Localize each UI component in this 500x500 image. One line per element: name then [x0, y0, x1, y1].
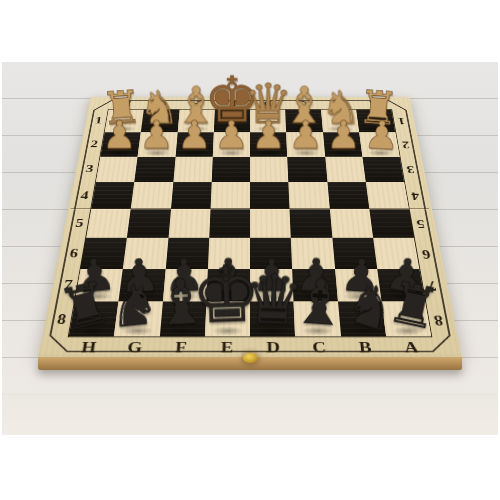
square-f2[interactable]: ♟	[175, 132, 213, 156]
square-h4[interactable]	[91, 182, 134, 209]
board-grid[interactable]: ♜♞♝♚♛♝♞♜♟♟♟♟♟♟♟♟♟♟♟♟♟♟♟♟♜♞♝♚♛♝♞♜	[68, 109, 433, 337]
square-c5[interactable]	[290, 209, 332, 238]
square-a5[interactable]	[369, 209, 414, 238]
file-label: D	[250, 99, 285, 107]
square-d8[interactable]: ♛	[250, 301, 295, 336]
square-h5[interactable]	[86, 209, 131, 238]
square-b4[interactable]	[327, 182, 369, 209]
file-label: A	[387, 339, 435, 355]
file-label: G	[111, 339, 159, 355]
square-b5[interactable]	[329, 209, 373, 238]
piece-white-pawn[interactable]: ♟	[289, 117, 324, 154]
file-label: B	[320, 99, 356, 107]
square-f5[interactable]	[168, 209, 210, 238]
piece-white-pawn[interactable]: ♟	[139, 117, 174, 154]
file-labels-far: HGFEDCBA	[108, 99, 392, 107]
file-label: E	[215, 99, 250, 107]
square-h3[interactable]	[96, 157, 138, 182]
piece-white-pawn[interactable]: ♟	[102, 117, 137, 154]
square-b2[interactable]: ♟	[323, 132, 363, 156]
square-f4[interactable]	[171, 182, 212, 209]
square-b8[interactable]: ♞	[338, 301, 386, 336]
square-c3[interactable]	[287, 157, 327, 182]
piece-white-pawn[interactable]: ♟	[326, 117, 361, 154]
square-e2[interactable]: ♟	[213, 132, 250, 156]
piece-white-pawn[interactable]: ♟	[251, 117, 286, 154]
piece-white-pawn[interactable]: ♟	[177, 117, 212, 154]
square-h2[interactable]: ♟	[100, 132, 141, 156]
square-a8[interactable]: ♜	[381, 301, 431, 336]
square-e4[interactable]	[210, 182, 250, 209]
square-g3[interactable]	[134, 157, 175, 182]
square-g4[interactable]	[131, 182, 173, 209]
square-d3[interactable]	[250, 157, 289, 182]
file-label: H	[108, 99, 145, 107]
file-label: E	[204, 339, 250, 355]
file-label: G	[144, 99, 180, 107]
square-e3[interactable]	[211, 157, 250, 182]
square-d2[interactable]: ♟	[250, 132, 287, 156]
square-d4[interactable]	[250, 182, 290, 209]
piece-black-queen[interactable]: ♛	[242, 267, 305, 334]
file-label: A	[355, 99, 392, 107]
square-a2[interactable]: ♟	[359, 132, 400, 156]
square-g5[interactable]	[127, 209, 171, 238]
file-label: D	[250, 339, 296, 355]
file-label: C	[296, 339, 343, 355]
square-g8[interactable]: ♞	[114, 301, 162, 336]
piece-black-knight[interactable]: ♞	[106, 276, 162, 335]
file-label: B	[341, 339, 389, 355]
square-e5[interactable]	[209, 209, 250, 238]
square-a3[interactable]	[362, 157, 404, 182]
file-label: F	[157, 339, 204, 355]
square-a4[interactable]	[366, 182, 409, 209]
file-label: F	[179, 99, 215, 107]
piece-white-pawn[interactable]: ♟	[214, 117, 249, 154]
square-d5[interactable]	[250, 209, 291, 238]
file-label: C	[285, 99, 321, 107]
square-f3[interactable]	[173, 157, 213, 182]
square-c2[interactable]: ♟	[286, 132, 324, 156]
square-b3[interactable]	[325, 157, 366, 182]
square-c4[interactable]	[289, 182, 330, 209]
file-label: H	[65, 339, 113, 355]
scene: 12345678 12345678 HGFEDCBA HGFEDCBA ♜♞♝♚…	[0, 0, 500, 500]
chess-board[interactable]: 12345678 12345678 HGFEDCBA HGFEDCBA ♜♞♝♚…	[38, 97, 462, 358]
square-g2[interactable]: ♟	[138, 132, 178, 156]
brass-clasp-icon	[243, 353, 258, 363]
